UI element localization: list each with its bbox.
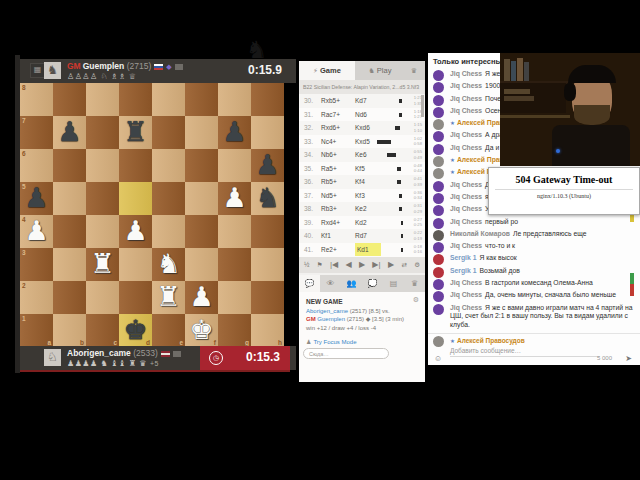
move-clock-times: 0:480:44: [408, 163, 422, 175]
move-black[interactable]: Kd7: [355, 94, 385, 108]
square-e3[interactable]: ♞: [152, 248, 185, 281]
square-a4[interactable]: 4♟: [20, 215, 53, 248]
move-black[interactable]: Nd6: [355, 108, 385, 122]
move-black[interactable]: Kd2: [355, 216, 385, 230]
move-time-bar: [377, 140, 391, 144]
player-name-white[interactable]: Aborigen_came (2533): [67, 348, 181, 358]
piece-black-king[interactable]: ♚: [119, 314, 152, 347]
square-c7[interactable]: [86, 116, 119, 149]
chat-message: Jiq ChessДа, очень минуты, сначала было …: [428, 290, 640, 301]
move-black[interactable]: Kf3: [355, 189, 385, 203]
square-b6[interactable]: [53, 149, 86, 182]
square-b7[interactable]: ♟: [53, 116, 86, 149]
square-f7[interactable]: [185, 116, 218, 149]
move-row: 33.Nc4+Kxd51:020:58: [299, 135, 425, 149]
clock-icon: ◷: [209, 351, 223, 365]
move-row: 31.Rac7+Nd61:181:27: [299, 108, 425, 122]
avatar[interactable]: [433, 230, 444, 241]
square-c1[interactable]: c: [86, 314, 119, 347]
nav-icon-2[interactable]: |◀: [330, 257, 338, 273]
captured-pieces-tray: ♙♙♙♙ ♘ ♗♗ ♕: [67, 72, 137, 81]
chat-footer: ★Алексей Правосудов Добавить сообщение… …: [428, 333, 640, 365]
new-game-odds-line: win +12 / draw +4 / loss -4: [306, 324, 425, 333]
square-f8[interactable]: [185, 83, 218, 116]
gateway-timeout-dialog: 504 Gateway Time-out nginx/1.10.3 (Ubunt…: [488, 167, 640, 215]
avatar[interactable]: [433, 168, 444, 179]
square-b1[interactable]: b: [53, 314, 86, 347]
avatar[interactable]: [433, 181, 444, 192]
move-time-bar: [401, 248, 403, 252]
square-h7[interactable]: [251, 116, 284, 149]
chat-text: Я как высок: [479, 254, 516, 261]
move-black[interactable]: Kxd6: [355, 121, 385, 135]
move-row: 30.Rxb5+Kd71:211:35: [299, 94, 425, 108]
move-number: 38.: [304, 202, 313, 216]
move-time-bar: [399, 194, 402, 198]
chat-username[interactable]: Jiq Chess: [450, 205, 482, 212]
square-e6[interactable]: [152, 149, 185, 182]
square-c2[interactable]: [86, 281, 119, 314]
chat-username[interactable]: Jiq Chess: [450, 107, 482, 114]
move-white[interactable]: Kf1: [321, 229, 351, 243]
chat-message: Jiq ChessВ гастроли комесанд Олема-Анна: [428, 278, 640, 289]
move-time-bar: [401, 234, 403, 238]
move-list-scrollbar[interactable]: [421, 95, 424, 117]
char-counter: 5 000: [597, 355, 612, 361]
avatar[interactable]: [433, 218, 444, 229]
chat-text: Ле представляюсь еще: [513, 230, 587, 237]
square-c8[interactable]: [86, 83, 119, 116]
move-number: 40.: [304, 229, 313, 243]
tab-tournament-icon[interactable]: ♛: [405, 61, 425, 80]
move-time-bar: [399, 99, 402, 103]
move-time-bar: [401, 221, 403, 225]
square-d1[interactable]: d♚: [119, 314, 152, 347]
move-black[interactable]: Ke6: [355, 148, 385, 162]
move-row: 36.Rb5+Kf40:410:39: [299, 175, 425, 189]
gm-title-badge: GM: [67, 61, 81, 71]
chat-username[interactable]: Sergik 1: [450, 254, 476, 261]
chat-message: Николай КомаровЛе представляюсь еще: [428, 229, 640, 240]
scroll-mark: [630, 284, 634, 296]
square-g7[interactable]: ♟: [218, 116, 251, 149]
move-number: 41.: [304, 243, 313, 257]
avatar[interactable]: [433, 254, 444, 265]
move-clock-times: 0:360:34: [408, 190, 422, 202]
chat-username[interactable]: Jiq Chess: [450, 95, 482, 102]
chat-text: что-то и к: [485, 242, 515, 249]
file-label: g: [245, 339, 249, 346]
square-d2[interactable]: [119, 281, 152, 314]
avatar[interactable]: [433, 95, 444, 106]
stream-progress-line: [20, 370, 290, 372]
move-white[interactable]: Rxd6+: [321, 121, 351, 135]
subtab-icon-3[interactable]: 💭: [362, 275, 383, 292]
square-c5[interactable]: [86, 182, 119, 215]
patron-gem-icon: ◆: [166, 63, 171, 71]
square-g3[interactable]: [218, 248, 251, 281]
captured-pieces-tray: ♟♟♟♟ ♞ ♝♝ ♜ ♛+5: [67, 359, 159, 368]
piece-black-rook[interactable]: ♜: [119, 116, 152, 149]
chat-username[interactable]: Jiq Chess: [450, 144, 482, 151]
chat-username[interactable]: Jiq Chess: [450, 218, 482, 225]
move-black[interactable]: Ke2: [355, 202, 385, 216]
shelf: [500, 115, 570, 118]
chat-text: В гастроли комесанд Олема-Анна: [485, 279, 593, 286]
subtab-icon-4[interactable]: ▤: [383, 275, 404, 292]
avatar[interactable]: [433, 291, 444, 302]
opening-name: B22 Sicilian Defense: Alapin Variation, …: [299, 80, 425, 94]
file-label: h: [278, 339, 282, 346]
avatar[interactable]: [433, 82, 444, 93]
clock-white-running: ◷ 0:15.3: [200, 346, 290, 370]
square-f1[interactable]: f♚: [185, 314, 218, 347]
move-white[interactable]: Re2+: [321, 243, 351, 257]
move-clock-times: 0:550:49: [408, 149, 422, 161]
move-white[interactable]: Nc4+: [321, 135, 351, 149]
tab-play[interactable]: ♞Play: [355, 61, 405, 80]
chat-input-underline: [450, 356, 600, 357]
material-advantage: +5: [150, 360, 159, 367]
subtab-icon-1[interactable]: 👁: [320, 275, 341, 292]
square-h3[interactable]: [251, 248, 284, 281]
square-a8[interactable]: 8: [20, 83, 53, 116]
badge-icon: [173, 351, 181, 357]
square-d7[interactable]: ♜: [119, 116, 152, 149]
square-g4[interactable]: [218, 215, 251, 248]
square-e1[interactable]: e: [152, 314, 185, 347]
square-a6[interactable]: 6: [20, 149, 53, 182]
chat-username[interactable]: Jiq Chess: [450, 181, 482, 188]
chat-username[interactable]: Jiq Chess: [450, 291, 482, 298]
person-beard: [574, 105, 610, 125]
moderator-icon: ★: [450, 338, 455, 344]
square-d3[interactable]: [119, 248, 152, 281]
nav-icon-8[interactable]: ⚙: [414, 257, 420, 273]
rank-label: 2: [22, 282, 26, 289]
error-server-info: nginx/1.10.3 (Ubuntu): [489, 193, 639, 199]
chat-message: Jiq Chessчто-то и к: [428, 241, 640, 252]
chat-username[interactable]: Jiq Chess: [450, 82, 482, 89]
square-g5[interactable]: ♟: [218, 182, 251, 215]
move-number: 32.: [304, 121, 313, 135]
avatar: [433, 336, 444, 347]
book: [504, 96, 534, 101]
rank-label: 8: [22, 84, 26, 91]
move-black-current[interactable]: Kd1: [355, 243, 381, 257]
move-row: 39.Rxd4+Kd20:270:25: [299, 216, 425, 230]
move-row: 34.Nb6+Ke60:550:49: [299, 148, 425, 162]
chat-username[interactable]: Sergik 1: [450, 267, 476, 274]
new-game-black-line[interactable]: GM Guemplen (2715) ◆ [3.5] (3 min): [306, 315, 425, 324]
panel-subtabs: 💬👁👥💭▤♛: [299, 275, 425, 292]
piece-white-rook[interactable]: ♜: [86, 248, 119, 281]
rank-label: 3: [22, 249, 26, 256]
book: [504, 89, 530, 94]
nav-icon-6[interactable]: ▶: [388, 257, 394, 273]
chat-input[interactable]: Добавить сообщение…: [450, 347, 521, 354]
panel-tabs: ⚡Game ♞Play ♛: [299, 61, 425, 80]
move-list[interactable]: 30.Rxb5+Kd71:211:3531.Rac7+Nd61:181:2732…: [299, 94, 425, 257]
moderator-icon: ★: [450, 169, 455, 175]
square-b3[interactable]: [53, 248, 86, 281]
move-row: 35.Ra5+Kf50:480:44: [299, 162, 425, 176]
square-h5[interactable]: ♞: [251, 182, 284, 215]
chat-username[interactable]: Jiq Chess: [450, 70, 482, 77]
chat-text: Возьмай дов: [479, 267, 519, 274]
move-number: 33.: [304, 135, 313, 149]
move-clock-times: 1:151:10: [408, 122, 422, 134]
move-time-bar: [399, 113, 402, 117]
square-h6[interactable]: ♟: [251, 149, 284, 182]
emoji-icon[interactable]: ☺: [434, 354, 442, 363]
move-clock-times: 0:220:19: [408, 230, 422, 242]
move-time-bar: [387, 153, 396, 157]
avatar[interactable]: [433, 144, 444, 155]
new-game-heading: NEW GAME: [306, 298, 425, 307]
moderator-icon: ★: [450, 157, 455, 163]
square-e8[interactable]: [152, 83, 185, 116]
square-e4[interactable]: [152, 215, 185, 248]
square-e7[interactable]: [152, 116, 185, 149]
headphone-earcup: [564, 83, 576, 101]
new-game-white-line[interactable]: Aborigen_came (2517) [8.5] vs.: [306, 307, 425, 316]
move-clock-times: 1:211:35: [408, 95, 422, 107]
chat-username[interactable]: Jiq Chess: [450, 193, 482, 200]
move-white[interactable]: Nb6+: [321, 148, 351, 162]
square-h8[interactable]: [251, 83, 284, 116]
file-label: b: [80, 339, 84, 346]
square-f3[interactable]: [185, 248, 218, 281]
piece-black-pawn[interactable]: ♟: [251, 149, 284, 182]
square-f4[interactable]: [185, 215, 218, 248]
avatar[interactable]: [433, 193, 444, 204]
focus-mode-link[interactable]: ♟Try Focus Mode: [306, 338, 357, 345]
avatar[interactable]: [433, 107, 444, 118]
square-a3[interactable]: 3: [20, 248, 53, 281]
move-clock-times: 0:410:39: [408, 176, 422, 188]
chess-board[interactable]: 87♟♜♟6♟5♟♟♞4♟♟3♜♞2♜♟1abcd♚ef♚gh: [20, 83, 284, 347]
move-number: 36.: [304, 175, 313, 189]
piece-white-pawn[interactable]: ♟: [20, 215, 53, 248]
move-white[interactable]: Ra5+: [321, 162, 351, 176]
avatar[interactable]: ♘: [44, 349, 61, 366]
chat-username[interactable]: Jiq Chess: [450, 279, 482, 286]
move-number: 31.: [304, 108, 313, 122]
chat-text: первый ро: [485, 218, 518, 225]
rank-label: 7: [22, 117, 26, 124]
avatar[interactable]: [433, 119, 444, 130]
move-number: 30.: [304, 94, 313, 108]
avatar[interactable]: [433, 242, 444, 253]
chat-username[interactable]: Jiq Chess: [450, 304, 482, 311]
new-game-block: NEW GAME Aborigen_came (2517) [8.5] vs. …: [299, 292, 425, 382]
move-white[interactable]: Rac7+: [321, 108, 351, 122]
book: [511, 61, 516, 81]
pinned-user[interactable]: ★Алексей Правосудов: [450, 337, 525, 344]
square-f5[interactable]: [185, 182, 218, 215]
move-white[interactable]: Rxb5+: [321, 94, 351, 108]
book: [517, 58, 523, 81]
nav-icon-4[interactable]: ▶: [359, 257, 365, 273]
piece-white-rook[interactable]: ♜: [152, 281, 185, 314]
square-a2[interactable]: 2: [20, 281, 53, 314]
player-bar-white: ♘ Aborigen_came (2533) ♟♟♟♟ ♞ ♝♝ ♜ ♛+5 ◷…: [20, 346, 296, 370]
move-time-bar: [395, 126, 400, 130]
file-label: e: [179, 339, 183, 346]
piece-white-pawn[interactable]: ♟: [185, 281, 218, 314]
nav-icon-5[interactable]: ▶|: [372, 257, 380, 273]
chat-username[interactable]: Jiq Chess: [450, 242, 482, 249]
move-white[interactable]: Rxd4+: [321, 216, 351, 230]
russia-flag-icon: [154, 64, 163, 70]
gear-icon[interactable]: ⚙: [413, 296, 419, 305]
scroll-mark: [630, 214, 634, 222]
move-clock-times: 1:181:27: [408, 109, 422, 121]
square-e5[interactable]: [152, 182, 185, 215]
move-black[interactable]: Rd7: [355, 229, 385, 243]
file-label: a: [47, 339, 51, 346]
move-row: 40.Kf1Rd70:220:19: [299, 229, 425, 243]
move-row: 32.Rxd6+Kxd61:151:10: [299, 121, 425, 135]
nav-icon-7[interactable]: ⇄: [401, 257, 406, 273]
subtab-icon-0[interactable]: 💬: [299, 275, 320, 292]
avatar[interactable]: [433, 267, 444, 278]
square-c6[interactable]: [86, 149, 119, 182]
square-a1[interactable]: 1a: [20, 314, 53, 347]
player-name-black[interactable]: GMGuemplen (2715)◆: [67, 61, 183, 71]
move-black[interactable]: Kf5: [355, 162, 385, 176]
overlay-icon: ▦: [30, 63, 45, 78]
move-number: 39.: [304, 216, 313, 230]
piece-black-pawn[interactable]: ♟: [20, 182, 53, 215]
square-b5[interactable]: [53, 182, 86, 215]
square-f6[interactable]: [185, 149, 218, 182]
square-g2[interactable]: [218, 281, 251, 314]
moves-panel: ⚡Game ♞Play ♛ B22 Sicilian Defense: Alap…: [299, 61, 425, 367]
move-clock-times: 0:310:29: [408, 203, 422, 215]
avatar[interactable]: [433, 279, 444, 290]
panel-chat-input[interactable]: Сюда…: [303, 348, 389, 359]
avatar[interactable]: [433, 205, 444, 216]
piece-white-pawn[interactable]: ♟: [218, 182, 251, 215]
move-row: 37.Nd5+Kf30:360:34: [299, 189, 425, 203]
piece-black-pawn[interactable]: ♟: [218, 116, 251, 149]
rank-label: 1: [22, 315, 26, 322]
move-clock-times: 1:020:58: [408, 136, 422, 148]
square-d4[interactable]: ♟: [119, 215, 152, 248]
square-g6[interactable]: [218, 149, 251, 182]
blue-led: [556, 149, 560, 153]
move-clock-times: 0:270:25: [408, 217, 422, 229]
move-number: 35.: [304, 162, 313, 176]
move-time-bar: [397, 167, 401, 171]
move-white[interactable]: Rb5+: [321, 175, 351, 189]
chat-message: Jiq Chessпервый ро: [428, 217, 640, 228]
square-d6[interactable]: [119, 149, 152, 182]
tab-game[interactable]: ⚡Game: [299, 61, 355, 80]
nav-icon-1[interactable]: ⚑: [317, 257, 323, 273]
move-white[interactable]: Rb3+: [321, 202, 351, 216]
flag-icon: [161, 351, 170, 357]
move-clock-times: 0:180:16: [408, 244, 422, 256]
avatar[interactable]: [433, 131, 444, 142]
square-a7[interactable]: 7: [20, 116, 53, 149]
book: [504, 59, 510, 81]
square-h1[interactable]: h: [251, 314, 284, 347]
chat-text: Да, очень минуты, сначала было меньше: [485, 291, 616, 298]
square-d5[interactable]: [119, 182, 152, 215]
person-body: [552, 125, 630, 166]
chat-username[interactable]: Николай Комаров: [450, 230, 510, 237]
file-label: c: [113, 339, 117, 346]
square-c3[interactable]: ♜: [86, 248, 119, 281]
book: [524, 62, 529, 81]
piece-white-knight[interactable]: ♞: [152, 248, 185, 281]
send-icon[interactable]: ➤: [625, 354, 632, 363]
square-a5[interactable]: 5♟: [20, 182, 53, 215]
player-bar-black: ▦ ♞ GMGuemplen (2715)◆ ♙♙♙♙ ♘ ♗♗ ♕ 0:15.…: [20, 59, 296, 83]
piece-black-knight[interactable]: ♞: [251, 182, 284, 215]
square-h4[interactable]: [251, 215, 284, 248]
square-f2[interactable]: ♟: [185, 281, 218, 314]
nav-icon-3[interactable]: ◀: [345, 257, 351, 273]
chat-username[interactable]: Jiq Chess: [450, 131, 482, 138]
square-h2[interactable]: [251, 281, 284, 314]
square-g1[interactable]: g: [218, 314, 251, 347]
avatar[interactable]: ♞: [44, 62, 61, 79]
clock-black: 0:15.9: [248, 63, 282, 77]
avatar[interactable]: [433, 70, 444, 81]
chat-message: Sergik 1Возьмай дов: [428, 266, 640, 277]
piece-white-pawn[interactable]: ♟: [119, 215, 152, 248]
rank-label: 6: [22, 150, 26, 157]
avatar[interactable]: [433, 304, 444, 315]
move-row: 41.Re2+Kd10:180:16: [299, 243, 425, 257]
chat-message: Jiq ChessЯ же с вами давно играли матч н…: [428, 303, 640, 331]
subtab-icon-2[interactable]: 👥: [341, 275, 362, 292]
headphones: [568, 65, 616, 83]
pawn-icon: ♟: [306, 339, 311, 345]
move-black[interactable]: Kf4: [355, 175, 385, 189]
stream-canvas: ♞ ▣ ◉ ▣ ▦ ♞ GMGuemplen (2715)◆ ♙♙♙♙ ♘ ♗♗…: [0, 0, 640, 480]
nav-icon-0[interactable]: ½: [304, 257, 309, 273]
move-time-bar: [397, 180, 401, 184]
error-divider: [495, 189, 633, 190]
square-b4[interactable]: [53, 215, 86, 248]
move-time-bar: [399, 207, 402, 211]
avatar[interactable]: [433, 156, 444, 167]
scroll-mark: [630, 273, 634, 284]
subtab-icon-5[interactable]: ♛: [404, 275, 425, 292]
square-c4[interactable]: [86, 215, 119, 248]
piece-white-king[interactable]: ♚: [185, 314, 218, 347]
square-b2[interactable]: [53, 281, 86, 314]
webcam-video[interactable]: [500, 53, 640, 166]
piece-black-pawn[interactable]: ♟: [53, 116, 86, 149]
move-number: 37.: [304, 189, 313, 203]
square-e2[interactable]: ♜: [152, 281, 185, 314]
move-row: 38.Rb3+Ke20:310:29: [299, 202, 425, 216]
move-number: 34.: [304, 148, 313, 162]
square-b8[interactable]: [53, 83, 86, 116]
square-d8[interactable]: [119, 83, 152, 116]
move-white[interactable]: Nd5+: [321, 189, 351, 203]
square-g8[interactable]: [218, 83, 251, 116]
moderator-icon: ★: [450, 120, 455, 126]
error-title: 504 Gateway Time-out: [489, 174, 639, 185]
chat-message: Sergik 1Я как высок: [428, 253, 640, 264]
